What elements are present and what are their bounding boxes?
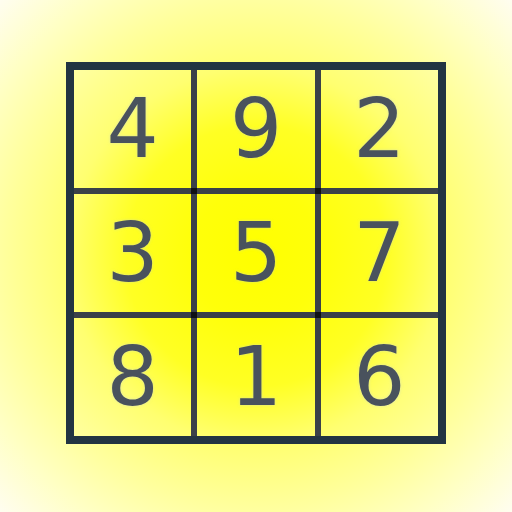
cell-r2c2: 5 xyxy=(197,194,314,312)
cell-r3c1: 8 xyxy=(74,318,191,436)
cell-r1c3: 2 xyxy=(321,70,438,188)
cell-r1c1: 4 xyxy=(74,70,191,188)
cell-r2c1: 3 xyxy=(74,194,191,312)
cell-r1c2: 9 xyxy=(197,70,314,188)
cell-r3c3: 6 xyxy=(321,318,438,436)
board-inner: 4 9 2 3 5 7 8 1 6 xyxy=(74,70,438,436)
cell-grid: 4 9 2 3 5 7 8 1 6 xyxy=(74,70,438,436)
magic-square-board: 4 9 2 3 5 7 8 1 6 xyxy=(66,62,446,444)
cell-r3c2: 1 xyxy=(197,318,314,436)
cell-r2c3: 7 xyxy=(321,194,438,312)
